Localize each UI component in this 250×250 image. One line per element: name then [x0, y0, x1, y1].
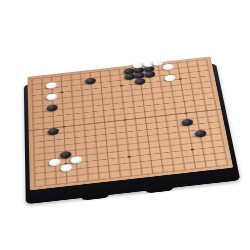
board-top	[27, 57, 233, 191]
board-foot	[146, 186, 174, 193]
star-point	[60, 91, 63, 93]
white-stone	[60, 164, 72, 172]
board-foot	[82, 194, 110, 201]
star-point	[179, 78, 182, 80]
black-stone	[59, 151, 71, 159]
white-stone	[49, 158, 61, 166]
black-stone	[182, 119, 194, 127]
black-stone	[194, 130, 206, 138]
star-point	[120, 85, 123, 87]
go-board	[18, 13, 232, 227]
black-stone	[48, 128, 59, 136]
photo-canvas	[0, 0, 250, 250]
white-stone	[70, 156, 82, 164]
